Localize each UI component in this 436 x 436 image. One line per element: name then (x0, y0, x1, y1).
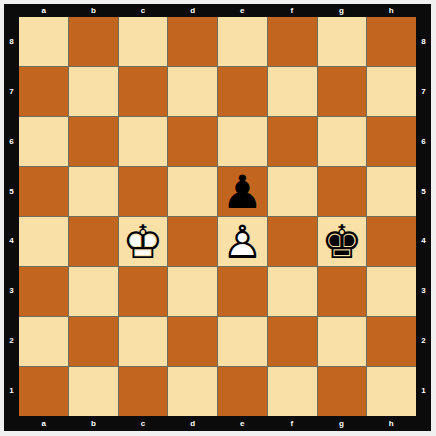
square-a2[interactable] (19, 317, 68, 366)
coordinate-label: h (366, 4, 416, 17)
square-b6[interactable] (69, 117, 118, 166)
coordinate-label: 6 (416, 117, 431, 167)
coordinate-label: g (317, 4, 367, 17)
square-e4[interactable]: ♟♙ (218, 217, 267, 266)
square-c8[interactable] (119, 17, 168, 66)
square-f1[interactable] (268, 367, 317, 416)
black-king[interactable]: ♚ (318, 217, 367, 266)
square-a8[interactable] (19, 17, 68, 66)
square-g2[interactable] (318, 317, 367, 366)
square-d6[interactable] (168, 117, 217, 166)
coordinate-label: c (118, 4, 168, 17)
coordinate-label: a (19, 416, 69, 431)
square-b4[interactable] (69, 217, 118, 266)
board: ♟♚♔♟♙♚ (19, 17, 416, 416)
square-h6[interactable] (367, 117, 416, 166)
square-e1[interactable] (218, 367, 267, 416)
square-f8[interactable] (268, 17, 317, 66)
square-h1[interactable] (367, 367, 416, 416)
rank-labels-right: 87654321 (416, 17, 431, 416)
coordinate-label: 8 (4, 17, 19, 67)
square-e7[interactable] (218, 67, 267, 116)
black-pawn[interactable]: ♟ (218, 167, 267, 216)
coordinate-label: b (69, 416, 119, 431)
square-e5[interactable]: ♟ (218, 167, 267, 216)
square-f2[interactable] (268, 317, 317, 366)
square-c5[interactable] (119, 167, 168, 216)
square-e6[interactable] (218, 117, 267, 166)
square-d8[interactable] (168, 17, 217, 66)
coordinate-label: 2 (4, 316, 19, 366)
coordinate-label: 5 (416, 167, 431, 217)
square-f4[interactable] (268, 217, 317, 266)
square-a7[interactable] (19, 67, 68, 116)
square-a4[interactable] (19, 217, 68, 266)
square-c4[interactable]: ♚♔ (119, 217, 168, 266)
square-a3[interactable] (19, 267, 68, 316)
square-d4[interactable] (168, 217, 217, 266)
coordinate-label: 5 (4, 167, 19, 217)
coordinate-label: 1 (416, 366, 431, 416)
square-b5[interactable] (69, 167, 118, 216)
coordinate-label: 7 (4, 67, 19, 117)
square-d1[interactable] (168, 367, 217, 416)
square-g1[interactable] (318, 367, 367, 416)
square-h2[interactable] (367, 317, 416, 366)
coordinate-label: 4 (416, 217, 431, 267)
square-h3[interactable] (367, 267, 416, 316)
square-c3[interactable] (119, 267, 168, 316)
square-h5[interactable] (367, 167, 416, 216)
square-c1[interactable] (119, 367, 168, 416)
square-h8[interactable] (367, 17, 416, 66)
coordinate-label: 6 (4, 117, 19, 167)
coordinate-label: a (19, 4, 69, 17)
square-g7[interactable] (318, 67, 367, 116)
square-g6[interactable] (318, 117, 367, 166)
square-c7[interactable] (119, 67, 168, 116)
white-king[interactable]: ♚♔ (119, 217, 168, 266)
square-c2[interactable] (119, 317, 168, 366)
coordinate-label: g (317, 416, 367, 431)
rank-labels-left: 87654321 (4, 17, 19, 416)
coordinate-label: e (218, 4, 268, 17)
square-b7[interactable] (69, 67, 118, 116)
square-h7[interactable] (367, 67, 416, 116)
square-d2[interactable] (168, 317, 217, 366)
square-e2[interactable] (218, 317, 267, 366)
square-f5[interactable] (268, 167, 317, 216)
coordinate-label: 1 (4, 366, 19, 416)
chess-diagram: abcdefgh abcdefgh 87654321 87654321 ♟♚♔♟… (0, 0, 436, 436)
square-f6[interactable] (268, 117, 317, 166)
square-g5[interactable] (318, 167, 367, 216)
piece-glyph-outline: ♙ (218, 217, 267, 266)
square-b3[interactable] (69, 267, 118, 316)
square-g4[interactable]: ♚ (318, 217, 367, 266)
coordinate-label: f (267, 416, 317, 431)
square-e8[interactable] (218, 17, 267, 66)
square-h4[interactable] (367, 217, 416, 266)
coordinate-label: d (168, 416, 218, 431)
square-d7[interactable] (168, 67, 217, 116)
piece-glyph-fill: ♟ (218, 217, 267, 266)
square-f7[interactable] (268, 67, 317, 116)
coordinate-label: d (168, 4, 218, 17)
square-b1[interactable] (69, 367, 118, 416)
file-labels-bottom: abcdefgh (19, 416, 416, 431)
coordinate-label: f (267, 4, 317, 17)
square-f3[interactable] (268, 267, 317, 316)
coordinate-label: 3 (4, 266, 19, 316)
square-a1[interactable] (19, 367, 68, 416)
square-c6[interactable] (119, 117, 168, 166)
square-b2[interactable] (69, 317, 118, 366)
coordinate-label: h (366, 416, 416, 431)
board-frame: abcdefgh abcdefgh 87654321 87654321 ♟♚♔♟… (4, 4, 431, 431)
coordinate-label: 7 (416, 67, 431, 117)
square-e3[interactable] (218, 267, 267, 316)
coordinate-label: 8 (416, 17, 431, 67)
coordinate-label: 3 (416, 266, 431, 316)
square-d3[interactable] (168, 267, 217, 316)
square-a6[interactable] (19, 117, 68, 166)
coordinate-label: 2 (416, 316, 431, 366)
coordinate-label: e (218, 416, 268, 431)
coordinate-label: b (69, 4, 119, 17)
piece-glyph: ♚ (318, 217, 367, 266)
square-g8[interactable] (318, 17, 367, 66)
file-labels-top: abcdefgh (19, 4, 416, 17)
coordinate-label: c (118, 416, 168, 431)
square-g3[interactable] (318, 267, 367, 316)
piece-glyph-outline: ♔ (119, 217, 168, 266)
square-b8[interactable] (69, 17, 118, 66)
piece-glyph-fill: ♚ (119, 217, 168, 266)
square-a5[interactable] (19, 167, 68, 216)
square-d5[interactable] (168, 167, 217, 216)
white-pawn[interactable]: ♟♙ (218, 217, 267, 266)
piece-glyph: ♟ (218, 167, 267, 216)
coordinate-label: 4 (4, 217, 19, 267)
